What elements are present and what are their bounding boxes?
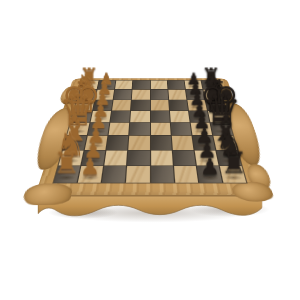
board-apron (38, 195, 262, 220)
square-f4[interactable] (131, 100, 149, 110)
chess-set-photo: ♜♟♟♜♞♟♟♞♝♟♟♝♚♟♟♚♛♟♟♛♝♟♟♝♞♟♟♞♜♟♟♜ (0, 0, 300, 300)
chess-board-grid: ♜♟♟♜♞♟♟♞♝♟♟♝♚♟♟♚♛♟♟♛♝♟♟♝♞♟♟♞♜♟♟♜ (54, 80, 247, 182)
square-h5[interactable] (150, 80, 167, 89)
apron-wave-shape (38, 195, 262, 220)
chess-board: ♜♟♟♜♞♟♟♞♝♟♟♝♚♟♟♚♛♟♟♛♝♟♟♝♞♟♟♞♜♟♟♜ (35, 78, 264, 195)
square-g5[interactable] (150, 90, 167, 100)
square-d5[interactable] (150, 123, 170, 135)
square-c5[interactable] (151, 136, 172, 150)
square-c4[interactable] (129, 136, 150, 150)
square-a4[interactable] (126, 166, 149, 183)
square-h4[interactable] (133, 80, 150, 89)
square-e4[interactable] (131, 111, 150, 122)
square-f5[interactable] (150, 100, 168, 110)
piece-white-pawn-a2[interactable]: ♟ (62, 155, 118, 178)
square-g4[interactable] (132, 90, 149, 100)
square-e5[interactable] (150, 111, 169, 122)
square-a2[interactable]: ♟ (78, 166, 103, 183)
square-b5[interactable] (151, 150, 173, 165)
square-d4[interactable] (130, 123, 150, 135)
square-a8[interactable]: ♜ (220, 166, 247, 183)
square-b4[interactable] (128, 150, 150, 165)
piece-black-rook-a8[interactable]: ♜ (206, 148, 262, 178)
square-a5[interactable] (151, 166, 174, 183)
